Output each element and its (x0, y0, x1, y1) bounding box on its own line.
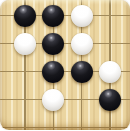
white-stone (14, 33, 36, 55)
white-stone (71, 5, 93, 27)
white-stone (71, 33, 93, 55)
board-cell[interactable] (67, 58, 95, 86)
gomoku-app-icon[interactable] (0, 0, 130, 130)
board-cell[interactable] (96, 58, 124, 86)
board-cell[interactable] (96, 30, 124, 58)
go-board (11, 2, 124, 131)
board-cell[interactable] (39, 2, 67, 30)
white-stone (42, 89, 64, 111)
board-cell[interactable] (11, 2, 39, 30)
board-cell[interactable] (96, 2, 124, 30)
board-cell[interactable] (67, 30, 95, 58)
screenshot-stage (0, 0, 130, 130)
board-cell[interactable] (39, 58, 67, 86)
board-cell[interactable] (39, 114, 67, 131)
board-cell[interactable] (39, 30, 67, 58)
board-cell[interactable] (11, 86, 39, 114)
black-stone (42, 61, 64, 83)
black-stone (42, 33, 64, 55)
board-cell[interactable] (11, 114, 39, 131)
board-cell[interactable] (96, 114, 124, 131)
board-cell[interactable] (96, 86, 124, 114)
black-stone (42, 5, 64, 27)
black-stone (71, 61, 93, 83)
board-cell[interactable] (67, 2, 95, 30)
black-stone (14, 5, 36, 27)
board-cell[interactable] (39, 86, 67, 114)
white-stone (99, 61, 121, 83)
board-cell[interactable] (67, 114, 95, 131)
board-cell[interactable] (67, 86, 95, 114)
board-cell[interactable] (11, 58, 39, 86)
board-cell[interactable] (11, 30, 39, 58)
black-stone (99, 89, 121, 111)
